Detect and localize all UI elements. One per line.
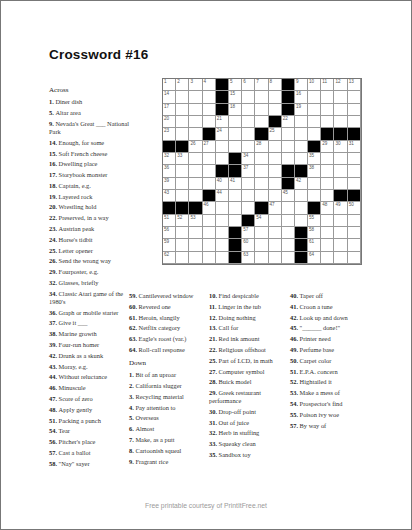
cell-9-3 <box>189 178 202 190</box>
across-clue-18: 18. Captain, e.g. <box>49 182 134 190</box>
down-clue-27: 27. Computer symbol <box>209 368 293 376</box>
clue-number: 54. <box>49 427 59 434</box>
across-clue-1: 1. Diner dish <box>49 98 134 106</box>
cell-6-7 <box>242 141 255 153</box>
clue-number: 45. <box>290 324 300 331</box>
cell-5-1: 23 <box>163 128 176 140</box>
black-cell-15-11 <box>295 252 308 264</box>
cell-3-9 <box>269 104 282 116</box>
cell-1-14: 12 <box>334 79 347 91</box>
cell-10-7 <box>242 190 255 202</box>
cell-8-12: 38 <box>308 165 321 177</box>
cell-number: 51 <box>164 215 169 220</box>
across-clue-9: 9. Nevada's Great ___ National Park <box>49 120 134 136</box>
black-cell-14-6 <box>229 239 242 251</box>
clue-number: 46. <box>49 384 59 391</box>
cell-3-2 <box>176 104 189 116</box>
cell-number: 5 <box>230 79 233 84</box>
clue-number: 62. <box>129 324 139 331</box>
cell-12-8: 54 <box>255 215 268 227</box>
down-clue-12: 12. Doing nothing <box>209 314 293 322</box>
clue-number: 55. <box>290 411 300 418</box>
black-cell-5-4 <box>203 128 216 140</box>
clue-number: 64. <box>129 346 139 353</box>
cell-15-7: 63 <box>242 252 255 264</box>
cell-11-6 <box>229 202 242 214</box>
cell-5-9: 25 <box>269 128 282 140</box>
cell-13-12: 58 <box>308 227 321 239</box>
cell-14-2 <box>176 239 189 251</box>
across-clue-14: 14. Enough, for some <box>49 139 134 147</box>
cell-number: 14 <box>164 91 169 96</box>
cell-2-2 <box>176 91 189 103</box>
cell-1-1: 1 <box>163 79 176 91</box>
cell-number: 42 <box>296 178 301 183</box>
cell-3-11: 19 <box>295 104 308 116</box>
cell-number: 64 <box>309 252 314 257</box>
cell-number: 30 <box>335 141 340 146</box>
cell-1-4: 4 <box>203 79 216 91</box>
black-cell-5-14 <box>334 128 347 140</box>
cell-9-4 <box>203 178 216 190</box>
cell-1-9: 8 <box>269 79 282 91</box>
cell-4-6 <box>229 116 242 128</box>
cell-number: 50 <box>349 202 354 207</box>
cell-number: 17 <box>164 104 169 109</box>
cell-12-12: 55 <box>308 215 321 227</box>
cell-4-10: 22 <box>282 116 295 128</box>
clue-number: 8. <box>129 447 135 454</box>
clue-number: 9. <box>49 120 55 127</box>
cell-10-1: 43 <box>163 190 176 202</box>
cell-10-2 <box>176 190 189 202</box>
cell-11-10 <box>282 202 295 214</box>
black-cell-11-1 <box>163 202 176 214</box>
cell-10-11 <box>295 190 308 202</box>
across-clue-36: 36. Graph or mobile starter <box>49 309 134 317</box>
cell-number: 15 <box>230 91 235 96</box>
cell-1-15: 13 <box>348 79 361 91</box>
black-cell-7-6 <box>229 153 242 165</box>
clue-number: 42. <box>290 314 300 321</box>
across-clue-48: 48. Apply gently <box>49 406 134 414</box>
cell-9-13 <box>321 178 334 190</box>
down-clue-45: 45. "______ done!" <box>290 324 372 332</box>
cell-8-4 <box>203 165 216 177</box>
cell-number: 47 <box>270 202 275 207</box>
black-cell-3-5 <box>216 104 229 116</box>
black-cell-10-14 <box>334 190 347 202</box>
cell-12-1: 51 <box>163 215 176 227</box>
clue-number: 6. <box>129 425 135 432</box>
clue-number: 16. <box>49 160 59 167</box>
cell-7-12: 35 <box>308 153 321 165</box>
cell-number: 23 <box>164 128 169 133</box>
cell-15-14 <box>334 252 347 264</box>
black-cell-8-11 <box>295 165 308 177</box>
cell-13-14 <box>334 227 347 239</box>
cell-2-6: 15 <box>229 91 242 103</box>
cell-14-8 <box>255 239 268 251</box>
cell-4-5: 21 <box>216 116 229 128</box>
cell-5-10 <box>282 128 295 140</box>
cell-3-8 <box>255 104 268 116</box>
cell-12-4 <box>203 215 216 227</box>
cell-13-9 <box>269 227 282 239</box>
cell-number: 28 <box>256 141 261 146</box>
clues-column-4: 40. Taper off41. Croon a tune42. Look up… <box>290 292 372 432</box>
across-clue-58: 58. "Nay" sayer <box>49 460 134 468</box>
cell-number: 26 <box>190 141 195 146</box>
cell-10-6 <box>229 190 242 202</box>
across-header: Across <box>49 87 134 95</box>
clue-number: 54. <box>290 400 300 407</box>
cell-10-8 <box>255 190 268 202</box>
across-clue-17: 17. Storybook monster <box>49 171 134 179</box>
cell-14-4 <box>203 239 216 251</box>
cell-number: 11 <box>322 79 327 84</box>
cell-3-3 <box>189 104 202 116</box>
cell-2-3 <box>189 91 202 103</box>
cell-10-5: 44 <box>216 190 229 202</box>
black-cell-2-10 <box>282 91 295 103</box>
cell-number: 9 <box>296 79 299 84</box>
clue-number: 30. <box>209 408 219 415</box>
cell-15-5 <box>216 252 229 264</box>
clue-number: 43. <box>49 363 59 370</box>
cell-7-1: 32 <box>163 153 176 165</box>
clue-number: 11. <box>209 303 218 310</box>
cell-15-3 <box>189 252 202 264</box>
black-cell-3-10 <box>282 104 295 116</box>
cell-number: 53 <box>190 215 195 220</box>
clue-number: 5. <box>49 109 55 116</box>
cell-6-10 <box>282 141 295 153</box>
cell-7-15 <box>348 153 361 165</box>
across-clues-part2: 59. Cantilevered window60. Revered one61… <box>129 292 205 354</box>
black-cell-11-8 <box>255 202 268 214</box>
cell-7-2: 33 <box>176 153 189 165</box>
clue-number: 56. <box>49 438 59 445</box>
page-title: Crossword #16 <box>49 47 148 62</box>
cell-14-7: 60 <box>242 239 255 251</box>
across-clue-60: 60. Revered one <box>129 303 205 311</box>
clue-number: 46. <box>290 335 300 342</box>
clue-number: 51. <box>290 368 300 375</box>
cell-10-10: 45 <box>282 190 295 202</box>
cell-number: 41 <box>230 178 235 183</box>
clue-number: 40. <box>290 292 300 299</box>
black-cell-2-5 <box>216 91 229 103</box>
clue-number: 32. <box>49 279 59 286</box>
black-cell-11-2 <box>176 202 189 214</box>
cell-4-11 <box>295 116 308 128</box>
black-cell-13-6 <box>229 227 242 239</box>
clue-number: 37. <box>49 319 59 326</box>
cell-5-7 <box>242 128 255 140</box>
cell-number: 8 <box>270 79 273 84</box>
down-clue-13: 13. Call for <box>209 324 293 332</box>
cell-1-11: 9 <box>295 79 308 91</box>
black-cell-8-5 <box>216 165 229 177</box>
down-clue-30: 30. Drop-off point <box>209 408 293 416</box>
across-clue-51: 51. Packing a punch <box>49 417 134 425</box>
cell-3-7 <box>242 104 255 116</box>
clue-number: 7. <box>129 436 135 443</box>
clue-number: 32. <box>209 429 219 436</box>
cell-number: 19 <box>296 104 301 109</box>
clue-number: 23. <box>49 225 59 232</box>
black-cell-8-6 <box>229 165 242 177</box>
cell-13-5 <box>216 227 229 239</box>
black-cell-6-1 <box>163 141 176 153</box>
across-clue-25: 25. Letter opener <box>49 247 134 255</box>
black-cell-4-9 <box>269 116 282 128</box>
cell-number: 35 <box>309 153 314 158</box>
cell-number: 31 <box>349 141 354 146</box>
clues-column-2: 59. Cantilevered window60. Revered one61… <box>129 292 205 468</box>
across-clue-59: 59. Cantilevered window <box>129 292 205 300</box>
cell-2-11: 16 <box>295 91 308 103</box>
cell-2-8 <box>255 91 268 103</box>
clue-number: 44. <box>49 373 59 380</box>
cell-8-13 <box>321 165 334 177</box>
cell-number: 38 <box>309 165 314 170</box>
cell-5-5: 24 <box>216 128 229 140</box>
cell-number: 56 <box>164 227 169 232</box>
cell-8-14 <box>334 165 347 177</box>
cell-10-9 <box>269 190 282 202</box>
cell-11-5 <box>216 202 229 214</box>
cell-1-2: 2 <box>176 79 189 91</box>
cell-number: 22 <box>283 116 288 121</box>
cell-number: 32 <box>164 153 169 158</box>
clue-number: 12. <box>209 314 219 321</box>
footer-credit: Free printable courtesy of PrintItFree.n… <box>1 502 411 509</box>
cell-8-9 <box>269 165 282 177</box>
cell-4-1: 20 <box>163 116 176 128</box>
cell-15-1: 62 <box>163 252 176 264</box>
cell-3-13 <box>321 104 334 116</box>
across-clue-32: 32. Glasses, briefly <box>49 279 134 287</box>
cell-number: 37 <box>243 165 248 170</box>
cell-7-5 <box>216 153 229 165</box>
clue-number: 2. <box>129 382 135 389</box>
cell-12-14 <box>334 215 347 227</box>
cell-6-3: 26 <box>189 141 202 153</box>
black-cell-6-2 <box>176 141 189 153</box>
black-cell-1-10 <box>282 79 295 91</box>
cell-number: 39 <box>164 178 169 183</box>
cell-3-12 <box>308 104 321 116</box>
across-clue-5: 5. Altar area <box>49 109 134 117</box>
clues-column-3: 10. Find despicable11. Linger in the tub… <box>209 292 293 462</box>
down-clue-2: 2. California slugger <box>129 382 205 390</box>
clue-number: 47. <box>49 395 59 402</box>
across-clue-43: 43. Moray, e.g. <box>49 363 134 371</box>
cell-number: 62 <box>164 252 169 257</box>
black-cell-5-13 <box>321 128 334 140</box>
cell-15-15 <box>348 252 361 264</box>
cell-number: 4 <box>204 79 207 84</box>
cell-12-9 <box>269 215 282 227</box>
cell-7-8 <box>255 153 268 165</box>
clue-number: 25. <box>49 247 59 254</box>
clue-number: 1. <box>49 98 55 105</box>
cell-number: 2 <box>177 79 180 84</box>
cell-12-11 <box>295 215 308 227</box>
down-clue-31: 31. Out of juice <box>209 419 293 427</box>
down-clue-3: 3. Recycling material <box>129 393 205 401</box>
cell-11-13: 48 <box>321 202 334 214</box>
cell-number: 16 <box>296 91 301 96</box>
cell-7-13 <box>321 153 334 165</box>
cell-2-12 <box>308 91 321 103</box>
across-clue-19: 19. Layered rock <box>49 193 134 201</box>
cell-9-12 <box>308 178 321 190</box>
down-clue-35: 35. Sandbox toy <box>209 451 293 459</box>
cell-1-13: 11 <box>321 79 334 91</box>
cell-14-12: 61 <box>308 239 321 251</box>
across-clue-22: 22. Preserved, in a way <box>49 214 134 222</box>
across-clue-15: 15. Soft French cheese <box>49 150 134 158</box>
cell-number: 60 <box>243 239 248 244</box>
cell-6-15: 31 <box>348 141 361 153</box>
clue-number: 1. <box>129 371 135 378</box>
cell-4-2 <box>176 116 189 128</box>
cell-5-2 <box>176 128 189 140</box>
clue-number: 15. <box>49 150 59 157</box>
cell-number: 49 <box>335 202 340 207</box>
cell-13-7: 57 <box>242 227 255 239</box>
cell-13-4 <box>203 227 216 239</box>
clue-number: 18. <box>49 182 59 189</box>
clue-number: 20. <box>49 203 59 210</box>
cell-2-13 <box>321 91 334 103</box>
cell-number: 36 <box>164 165 169 170</box>
down-clue-46: 46. Printer need <box>290 335 372 343</box>
cell-10-13 <box>321 190 334 202</box>
cell-11-9: 47 <box>269 202 282 214</box>
cell-4-15 <box>348 116 361 128</box>
crossword-grid: 1234567891011121314151617181920212223242… <box>162 78 362 265</box>
down-clue-7: 7. Make, as a putt <box>129 436 205 444</box>
down-clue-8: 8. Cartoonish squeal <box>129 447 205 455</box>
cell-13-8 <box>255 227 268 239</box>
down-header: Down <box>129 360 205 368</box>
cell-8-3 <box>189 165 202 177</box>
cell-7-7: 34 <box>242 153 255 165</box>
across-clue-39: 39. Four-run homer <box>49 341 134 349</box>
clue-number: 60. <box>129 303 139 310</box>
cell-3-4 <box>203 104 216 116</box>
cell-1-12: 10 <box>308 79 321 91</box>
printable-crossword-page: Crossword #16 12345678910111213141516171… <box>0 0 412 530</box>
down-clues-part3: 40. Taper off41. Croon a tune42. Look up… <box>290 292 372 429</box>
cell-number: 44 <box>217 190 222 195</box>
across-clue-20: 20. Wrestling hold <box>49 203 134 211</box>
clue-number: 27. <box>209 368 219 375</box>
cell-number: 18 <box>230 104 235 109</box>
cell-number: 27 <box>204 141 209 146</box>
cell-4-8 <box>255 116 268 128</box>
cell-9-1: 39 <box>163 178 176 190</box>
cell-4-4 <box>203 116 216 128</box>
black-cell-15-6 <box>229 252 242 264</box>
down-clue-25: 25. Part of LCD, in math <box>209 357 293 365</box>
cell-12-3: 53 <box>189 215 202 227</box>
clue-number: 34. <box>49 290 59 297</box>
cell-number: 13 <box>349 79 354 84</box>
cell-15-13 <box>321 252 334 264</box>
across-clue-56: 56. Pitcher's place <box>49 438 134 446</box>
cell-number: 12 <box>335 79 340 84</box>
down-clue-28: 28. Buick model <box>209 378 293 386</box>
cell-9-14 <box>334 178 347 190</box>
cell-11-7 <box>242 202 255 214</box>
cell-12-10 <box>282 215 295 227</box>
cell-number: 24 <box>217 128 222 133</box>
cell-number: 55 <box>309 215 314 220</box>
clue-number: 39. <box>49 341 59 348</box>
cell-number: 54 <box>256 215 261 220</box>
cell-12-13 <box>321 215 334 227</box>
cell-10-12 <box>308 190 321 202</box>
cell-number: 46 <box>204 202 209 207</box>
clue-number: 42. <box>49 352 59 359</box>
black-cell-5-15 <box>348 128 361 140</box>
down-clue-4: 4. Pay attention to <box>129 404 205 412</box>
black-cell-10-15 <box>348 190 361 202</box>
cell-2-7 <box>242 91 255 103</box>
clue-number: 3. <box>129 393 135 400</box>
cell-number: 20 <box>164 116 169 121</box>
black-cell-9-10 <box>282 178 295 190</box>
down-clue-50: 50. Carpet color <box>290 357 372 365</box>
clue-number: 59. <box>129 292 139 299</box>
clue-number: 14. <box>49 139 59 146</box>
cell-9-9 <box>269 178 282 190</box>
cell-5-12 <box>308 128 321 140</box>
cell-14-10 <box>282 239 295 251</box>
cell-number: 45 <box>283 190 288 195</box>
cell-11-15: 50 <box>348 202 361 214</box>
clue-number: 29. <box>209 389 219 396</box>
black-cell-11-3 <box>189 202 202 214</box>
cell-14-5 <box>216 239 229 251</box>
cell-11-11 <box>295 202 308 214</box>
cell-3-6: 18 <box>229 104 242 116</box>
cell-10-3 <box>189 190 202 202</box>
cell-number: 10 <box>309 79 314 84</box>
cell-9-8 <box>255 178 268 190</box>
cell-5-11 <box>295 128 308 140</box>
clue-number: 24. <box>49 236 59 243</box>
clue-number: 10. <box>209 292 219 299</box>
cell-6-6 <box>229 141 242 153</box>
clue-number: 57. <box>49 449 59 456</box>
cell-9-5: 40 <box>216 178 229 190</box>
cell-15-4 <box>203 252 216 264</box>
cell-9-7 <box>242 178 255 190</box>
clue-number: 5. <box>129 414 135 421</box>
cell-3-15 <box>348 104 361 116</box>
down-clue-33: 33. Squeaky clean <box>209 440 293 448</box>
down-clue-57: 57. By way of <box>290 422 372 430</box>
cell-7-4 <box>203 153 216 165</box>
cell-13-1: 56 <box>163 227 176 239</box>
clue-number: 22. <box>209 346 219 353</box>
